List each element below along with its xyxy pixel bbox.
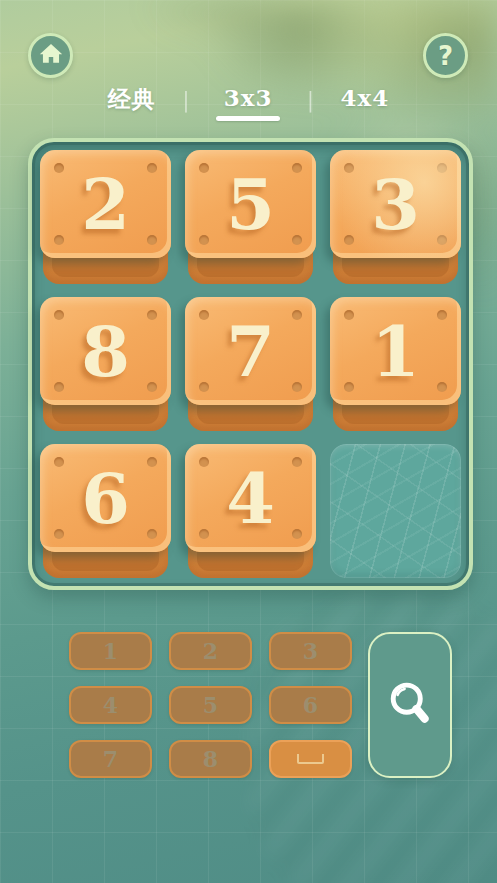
search-button[interactable]	[368, 632, 452, 778]
cell-r1c3: 3	[330, 150, 461, 284]
tile-number: 6	[40, 444, 171, 552]
tile-number: 5	[185, 150, 316, 258]
tab-classic-label: 经典	[108, 84, 156, 115]
tile-number: 2	[40, 150, 171, 258]
tile-5[interactable]: 5	[185, 150, 316, 284]
key-7[interactable]: 7	[69, 740, 152, 778]
tab-classic[interactable]: 经典	[108, 84, 156, 115]
magnifier-icon	[384, 677, 436, 733]
key-space[interactable]	[269, 740, 352, 778]
empty-slot	[330, 444, 461, 578]
tab-4x4-label: 4x4	[341, 84, 390, 111]
tile-number: 8	[40, 297, 171, 405]
home-icon	[37, 40, 65, 72]
active-tab-underline	[216, 116, 280, 121]
tile-3[interactable]: 3	[330, 150, 461, 284]
question-mark-icon: ?	[438, 43, 453, 69]
number-keypad: 1 2 3 4 5 6 7 8	[69, 632, 352, 778]
tab-separator: |	[307, 83, 313, 116]
cell-r2c1: 8	[40, 297, 171, 431]
key-4[interactable]: 4	[69, 686, 152, 724]
space-icon	[297, 754, 324, 764]
cell-r1c2: 5	[185, 150, 316, 284]
puzzle-grid: 2 5	[40, 150, 461, 578]
cell-r3c3	[330, 444, 461, 578]
key-6[interactable]: 6	[269, 686, 352, 724]
tile-8[interactable]: 8	[40, 297, 171, 431]
tile-2[interactable]: 2	[40, 150, 171, 284]
cell-r2c3: 1	[330, 297, 461, 431]
key-1[interactable]: 1	[69, 632, 152, 670]
tab-3x3-label: 3x3	[224, 84, 273, 111]
tile-number: 1	[330, 297, 461, 405]
tile-number: 7	[185, 297, 316, 405]
tab-separator: |	[183, 83, 189, 116]
key-5[interactable]: 5	[169, 686, 252, 724]
home-button[interactable]	[28, 33, 73, 78]
tab-3x3[interactable]: 3x3	[216, 84, 280, 121]
cell-r3c2: 4	[185, 444, 316, 578]
tile-6[interactable]: 6	[40, 444, 171, 578]
cell-r3c1: 6	[40, 444, 171, 578]
mode-tabs: 经典 | 3x3 | 4x4	[0, 84, 497, 121]
tile-4[interactable]: 4	[185, 444, 316, 578]
tile-number: 4	[185, 444, 316, 552]
cell-r1c1: 2	[40, 150, 171, 284]
app-screen: ? 经典 | 3x3 | 4x4	[0, 0, 497, 883]
tile-1[interactable]: 1	[330, 297, 461, 431]
help-button[interactable]: ?	[423, 33, 468, 78]
key-3[interactable]: 3	[269, 632, 352, 670]
puzzle-board: 2 5	[28, 138, 473, 590]
key-8[interactable]: 8	[169, 740, 252, 778]
tile-7[interactable]: 7	[185, 297, 316, 431]
tab-4x4[interactable]: 4x4	[341, 84, 390, 111]
tile-number: 3	[330, 150, 461, 258]
cell-r2c2: 7	[185, 297, 316, 431]
key-2[interactable]: 2	[169, 632, 252, 670]
